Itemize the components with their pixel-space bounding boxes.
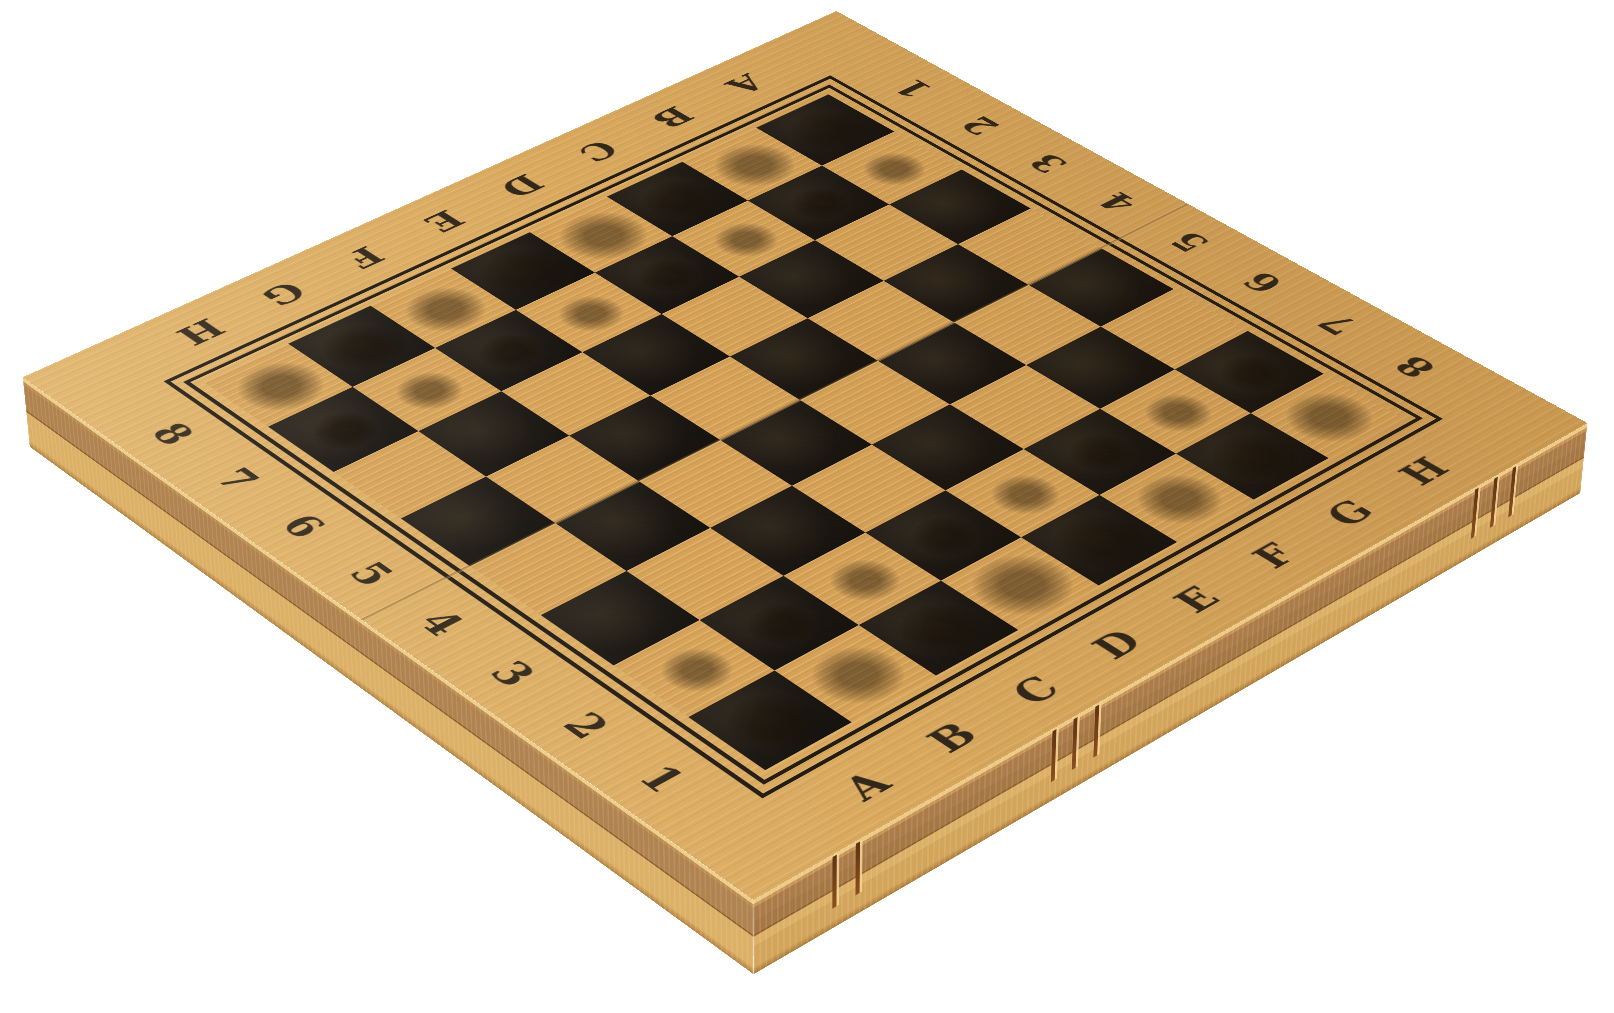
label-bottom-E: E [1166,582,1227,618]
label-left-3: 3 [482,656,542,691]
label-bottom-B: B [920,717,986,757]
decor-slit [1508,466,1516,517]
dark-bishop-glyph: ♝ [890,454,987,640]
label-left-6: 6 [274,510,332,543]
label-right-5: 5 [1164,228,1217,256]
label-right-8: 8 [1388,352,1442,382]
decor-slit [1471,487,1479,539]
dark-pawn-glyph: ♟ [660,552,727,681]
label-bottom-F: F [1245,539,1303,573]
label-left-5: 5 [342,557,401,591]
label-right-3: 3 [1023,150,1075,177]
label-bottom-G: G [1319,495,1382,531]
light-pawn-glyph: ♟ [312,320,375,441]
label-right-4: 4 [1092,188,1144,215]
decor-slit [832,854,836,908]
dark-rook-glyph: ♜ [1287,277,1365,428]
label-left-1: 1 [631,760,693,797]
decor-slit [1093,704,1099,757]
label-left-7: 7 [208,464,266,496]
label-left-8: 8 [144,419,201,450]
label-bottom-D: D [1085,625,1150,664]
dark-knight-glyph: ♞ [809,508,902,686]
decor-slit [1490,477,1498,529]
decor-slit [1051,729,1057,782]
label-bottom-H: H [1392,453,1457,490]
label-top-H: H [170,315,231,349]
label-left-2: 2 [556,707,617,743]
board-top-face: HA81GB72FC63ED54DE45CF36BG27AH18 ♜♞♝♚♛♝♞… [23,11,1588,900]
label-bottom-C: C [1004,671,1067,709]
decor-slit [855,841,860,895]
dark-rook-glyph: ♜ [727,569,812,733]
label-left-4: 4 [411,606,471,641]
decor-slit [1072,717,1078,770]
label-right-2: 2 [955,112,1006,138]
square-c5 [569,396,720,482]
chess-set-photo: HA81GB72FC63ED54DE45CF36BG27AH18 ♜♞♝♚♛♝♞… [0,0,1614,1013]
label-bottom-A: A [835,766,899,806]
